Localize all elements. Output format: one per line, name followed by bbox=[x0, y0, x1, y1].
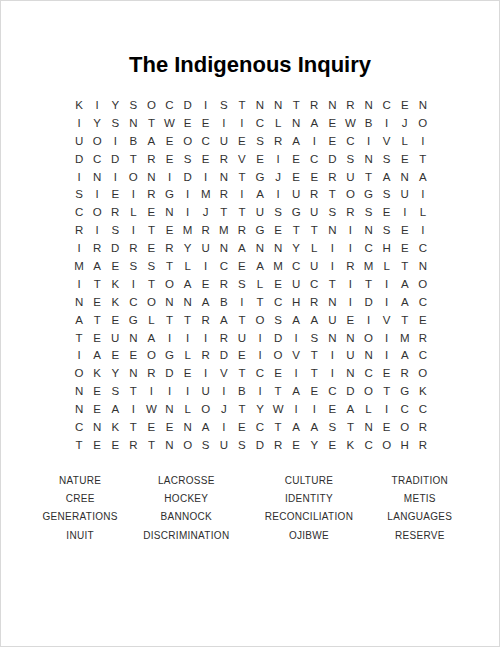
grid-cell[interactable]: G bbox=[160, 185, 178, 203]
grid-cell[interactable]: O bbox=[142, 346, 160, 364]
grid-cell[interactable]: C bbox=[124, 293, 142, 311]
grid-cell[interactable]: S bbox=[251, 132, 269, 150]
grid-cell[interactable]: N bbox=[323, 329, 341, 347]
grid-cell[interactable]: I bbox=[70, 239, 88, 257]
grid-cell[interactable]: C bbox=[323, 382, 341, 400]
grid-cell[interactable]: I bbox=[179, 382, 197, 400]
grid-cell[interactable]: T bbox=[233, 203, 251, 221]
grid-cell[interactable]: E bbox=[323, 114, 341, 132]
grid-cell[interactable]: I bbox=[251, 382, 269, 400]
grid-cell[interactable]: T bbox=[396, 257, 414, 275]
grid-cell[interactable]: E bbox=[251, 150, 269, 168]
grid-cell[interactable]: E bbox=[396, 239, 414, 257]
grid-cell[interactable]: C bbox=[414, 239, 432, 257]
grid-cell[interactable]: E bbox=[378, 418, 396, 436]
grid-cell[interactable]: I bbox=[197, 257, 215, 275]
grid-cell[interactable]: T bbox=[160, 257, 178, 275]
grid-cell[interactable]: W bbox=[142, 400, 160, 418]
grid-cell[interactable]: R bbox=[396, 364, 414, 382]
grid-cell[interactable]: E bbox=[305, 382, 323, 400]
grid-cell[interactable]: J bbox=[396, 114, 414, 132]
grid-cell[interactable]: K bbox=[341, 436, 359, 454]
grid-cell[interactable]: O bbox=[179, 132, 197, 150]
grid-cell[interactable]: T bbox=[142, 275, 160, 293]
grid-cell[interactable]: R bbox=[197, 221, 215, 239]
grid-cell[interactable]: O bbox=[197, 400, 215, 418]
grid-cell[interactable]: S bbox=[323, 418, 341, 436]
grid-cell[interactable]: M bbox=[269, 257, 287, 275]
grid-cell[interactable]: E bbox=[287, 150, 305, 168]
grid-cell[interactable]: T bbox=[124, 418, 142, 436]
grid-cell[interactable]: O bbox=[414, 114, 432, 132]
grid-cell[interactable]: A bbox=[378, 168, 396, 186]
grid-cell[interactable]: T bbox=[287, 221, 305, 239]
grid-cell[interactable]: I bbox=[287, 364, 305, 382]
grid-cell[interactable]: E bbox=[179, 364, 197, 382]
grid-cell[interactable]: I bbox=[341, 275, 359, 293]
grid-cell[interactable]: A bbox=[88, 257, 106, 275]
grid-cell[interactable]: N bbox=[124, 114, 142, 132]
grid-cell[interactable]: L bbox=[414, 203, 432, 221]
grid-cell[interactable]: R bbox=[142, 185, 160, 203]
grid-cell[interactable]: T bbox=[233, 364, 251, 382]
grid-cell[interactable]: D bbox=[70, 150, 88, 168]
grid-cell[interactable]: T bbox=[142, 436, 160, 454]
grid-cell[interactable]: R bbox=[305, 293, 323, 311]
grid-cell[interactable]: Y bbox=[305, 436, 323, 454]
grid-cell[interactable]: D bbox=[179, 168, 197, 186]
grid-cell[interactable]: N bbox=[251, 239, 269, 257]
grid-cell[interactable]: O bbox=[360, 329, 378, 347]
grid-cell[interactable]: D bbox=[106, 150, 124, 168]
grid-cell[interactable]: I bbox=[124, 185, 142, 203]
grid-cell[interactable]: L bbox=[269, 114, 287, 132]
grid-cell[interactable]: I bbox=[341, 221, 359, 239]
grid-cell[interactable]: E bbox=[287, 436, 305, 454]
grid-cell[interactable]: I bbox=[360, 132, 378, 150]
grid-cell[interactable]: A bbox=[88, 346, 106, 364]
grid-cell[interactable]: A bbox=[197, 418, 215, 436]
grid-cell[interactable]: T bbox=[251, 293, 269, 311]
grid-cell[interactable]: E bbox=[197, 114, 215, 132]
grid-cell[interactable]: E bbox=[414, 311, 432, 329]
grid-cell[interactable]: L bbox=[396, 132, 414, 150]
grid-cell[interactable]: S bbox=[215, 96, 233, 114]
grid-cell[interactable]: N bbox=[414, 96, 432, 114]
grid-cell[interactable]: V bbox=[215, 364, 233, 382]
grid-cell[interactable]: I bbox=[378, 293, 396, 311]
grid-cell[interactable]: T bbox=[360, 168, 378, 186]
grid-cell[interactable]: I bbox=[160, 168, 178, 186]
grid-cell[interactable]: I bbox=[70, 346, 88, 364]
grid-cell[interactable]: I bbox=[269, 185, 287, 203]
grid-cell[interactable]: L bbox=[124, 203, 142, 221]
grid-cell[interactable]: U bbox=[197, 382, 215, 400]
grid-cell[interactable]: O bbox=[88, 203, 106, 221]
grid-cell[interactable]: N bbox=[360, 346, 378, 364]
grid-cell[interactable]: Y bbox=[88, 114, 106, 132]
grid-cell[interactable]: H bbox=[378, 239, 396, 257]
grid-cell[interactable]: T bbox=[305, 221, 323, 239]
grid-cell[interactable]: C bbox=[396, 400, 414, 418]
grid-cell[interactable]: E bbox=[233, 418, 251, 436]
grid-cell[interactable]: I bbox=[70, 168, 88, 186]
grid-cell[interactable]: E bbox=[88, 436, 106, 454]
grid-cell[interactable]: B bbox=[233, 382, 251, 400]
grid-cell[interactable]: A bbox=[287, 382, 305, 400]
grid-cell[interactable]: A bbox=[396, 293, 414, 311]
grid-cell[interactable]: C bbox=[70, 203, 88, 221]
grid-cell[interactable]: E bbox=[396, 221, 414, 239]
grid-cell[interactable]: S bbox=[305, 329, 323, 347]
grid-cell[interactable]: M bbox=[197, 185, 215, 203]
grid-cell[interactable]: J bbox=[269, 168, 287, 186]
grid-cell[interactable]: D bbox=[341, 382, 359, 400]
grid-cell[interactable]: A bbox=[287, 311, 305, 329]
grid-cell[interactable]: U bbox=[106, 329, 124, 347]
grid-cell[interactable]: G bbox=[287, 203, 305, 221]
grid-cell[interactable]: U bbox=[341, 168, 359, 186]
grid-cell[interactable]: T bbox=[378, 382, 396, 400]
grid-cell[interactable]: B bbox=[124, 132, 142, 150]
grid-cell[interactable]: R bbox=[323, 168, 341, 186]
grid-cell[interactable]: T bbox=[341, 418, 359, 436]
grid-cell[interactable]: L bbox=[179, 257, 197, 275]
grid-cell[interactable]: C bbox=[414, 400, 432, 418]
grid-cell[interactable]: U bbox=[323, 311, 341, 329]
grid-cell[interactable]: I bbox=[88, 221, 106, 239]
grid-cell[interactable]: E bbox=[124, 346, 142, 364]
grid-cell[interactable]: R bbox=[215, 185, 233, 203]
grid-cell[interactable]: A bbox=[106, 400, 124, 418]
grid-cell[interactable]: M bbox=[396, 329, 414, 347]
grid-cell[interactable]: R bbox=[341, 203, 359, 221]
grid-cell[interactable]: I bbox=[197, 329, 215, 347]
grid-cell[interactable]: C bbox=[360, 436, 378, 454]
grid-cell[interactable]: R bbox=[215, 329, 233, 347]
grid-cell[interactable]: U bbox=[287, 185, 305, 203]
grid-cell[interactable]: I bbox=[323, 346, 341, 364]
grid-cell[interactable]: N bbox=[179, 293, 197, 311]
grid-cell[interactable]: C bbox=[251, 114, 269, 132]
grid-cell[interactable]: A bbox=[305, 114, 323, 132]
grid-cell[interactable]: N bbox=[414, 257, 432, 275]
grid-cell[interactable]: E bbox=[160, 418, 178, 436]
grid-cell[interactable]: C bbox=[360, 364, 378, 382]
grid-cell[interactable]: I bbox=[233, 185, 251, 203]
grid-cell[interactable]: E bbox=[269, 221, 287, 239]
grid-cell[interactable]: J bbox=[197, 203, 215, 221]
grid-cell[interactable]: S bbox=[323, 203, 341, 221]
grid-cell[interactable]: N bbox=[124, 329, 142, 347]
grid-cell[interactable]: T bbox=[215, 203, 233, 221]
grid-cell[interactable]: I bbox=[88, 96, 106, 114]
grid-cell[interactable]: R bbox=[269, 132, 287, 150]
grid-cell[interactable]: I bbox=[251, 346, 269, 364]
grid-cell[interactable]: T bbox=[414, 150, 432, 168]
grid-cell[interactable]: G bbox=[160, 346, 178, 364]
grid-cell[interactable]: I bbox=[323, 257, 341, 275]
grid-cell[interactable]: E bbox=[378, 203, 396, 221]
grid-cell[interactable]: O bbox=[179, 436, 197, 454]
grid-cell[interactable]: D bbox=[251, 436, 269, 454]
grid-cell[interactable]: N bbox=[88, 418, 106, 436]
grid-cell[interactable]: I bbox=[70, 114, 88, 132]
grid-cell[interactable]: I bbox=[251, 329, 269, 347]
grid-cell[interactable]: N bbox=[215, 168, 233, 186]
grid-cell[interactable]: U bbox=[305, 257, 323, 275]
grid-cell[interactable]: R bbox=[414, 329, 432, 347]
grid-cell[interactable]: I bbox=[378, 114, 396, 132]
grid-cell[interactable]: T bbox=[142, 114, 160, 132]
grid-cell[interactable]: A bbox=[233, 239, 251, 257]
grid-cell[interactable]: O bbox=[70, 364, 88, 382]
grid-cell[interactable]: N bbox=[269, 239, 287, 257]
grid-cell[interactable]: V bbox=[378, 311, 396, 329]
grid-cell[interactable]: I bbox=[124, 221, 142, 239]
grid-cell[interactable]: T bbox=[360, 275, 378, 293]
grid-cell[interactable]: O bbox=[269, 346, 287, 364]
grid-cell[interactable]: U bbox=[251, 203, 269, 221]
grid-cell[interactable]: C bbox=[269, 293, 287, 311]
grid-cell[interactable]: I bbox=[106, 132, 124, 150]
grid-cell[interactable]: R bbox=[341, 96, 359, 114]
grid-cell[interactable]: M bbox=[360, 257, 378, 275]
grid-cell[interactable]: N bbox=[251, 96, 269, 114]
grid-cell[interactable]: I bbox=[360, 311, 378, 329]
grid-cell[interactable]: D bbox=[179, 96, 197, 114]
grid-cell[interactable]: T bbox=[305, 346, 323, 364]
grid-cell[interactable]: I bbox=[88, 185, 106, 203]
grid-cell[interactable]: D bbox=[106, 239, 124, 257]
grid-cell[interactable]: N bbox=[160, 293, 178, 311]
grid-cell[interactable]: U bbox=[215, 436, 233, 454]
grid-cell[interactable]: E bbox=[323, 436, 341, 454]
grid-cell[interactable]: S bbox=[70, 185, 88, 203]
grid-cell[interactable]: S bbox=[378, 221, 396, 239]
grid-cell[interactable]: R bbox=[215, 275, 233, 293]
grid-cell[interactable]: N bbox=[360, 150, 378, 168]
grid-cell[interactable]: E bbox=[233, 346, 251, 364]
grid-cell[interactable]: R bbox=[124, 239, 142, 257]
grid-cell[interactable]: O bbox=[414, 275, 432, 293]
grid-cell[interactable]: E bbox=[142, 418, 160, 436]
grid-cell[interactable]: R bbox=[142, 150, 160, 168]
grid-cell[interactable]: I bbox=[70, 275, 88, 293]
grid-cell[interactable]: A bbox=[251, 185, 269, 203]
grid-cell[interactable]: R bbox=[233, 221, 251, 239]
grid-cell[interactable]: E bbox=[269, 275, 287, 293]
grid-cell[interactable]: G bbox=[251, 221, 269, 239]
grid-cell[interactable]: I bbox=[414, 132, 432, 150]
grid-cell[interactable]: A bbox=[179, 275, 197, 293]
grid-cell[interactable]: B bbox=[215, 293, 233, 311]
grid-cell[interactable]: O bbox=[360, 382, 378, 400]
grid-cell[interactable]: I bbox=[287, 400, 305, 418]
grid-cell[interactable]: S bbox=[378, 150, 396, 168]
grid-cell[interactable]: L bbox=[179, 400, 197, 418]
grid-cell[interactable]: J bbox=[215, 400, 233, 418]
grid-cell[interactable]: K bbox=[106, 293, 124, 311]
grid-cell[interactable]: T bbox=[88, 311, 106, 329]
grid-cell[interactable]: E bbox=[160, 221, 178, 239]
grid-cell[interactable]: A bbox=[305, 418, 323, 436]
grid-cell[interactable]: A bbox=[287, 132, 305, 150]
grid-cell[interactable]: E bbox=[160, 150, 178, 168]
grid-cell[interactable]: Y bbox=[287, 239, 305, 257]
grid-cell[interactable]: A bbox=[414, 168, 432, 186]
grid-cell[interactable]: E bbox=[396, 96, 414, 114]
grid-cell[interactable]: I bbox=[378, 346, 396, 364]
grid-cell[interactable]: R bbox=[160, 239, 178, 257]
grid-cell[interactable]: I bbox=[323, 364, 341, 382]
grid-cell[interactable]: I bbox=[215, 114, 233, 132]
grid-cell[interactable]: S bbox=[179, 150, 197, 168]
grid-cell[interactable]: N bbox=[360, 96, 378, 114]
grid-cell[interactable]: I bbox=[396, 203, 414, 221]
grid-cell[interactable]: R bbox=[341, 257, 359, 275]
grid-cell[interactable]: N bbox=[323, 96, 341, 114]
grid-cell[interactable]: E bbox=[88, 329, 106, 347]
grid-cell[interactable]: E bbox=[233, 132, 251, 150]
grid-cell[interactable]: U bbox=[341, 346, 359, 364]
grid-cell[interactable]: S bbox=[233, 275, 251, 293]
grid-cell[interactable]: D bbox=[360, 293, 378, 311]
grid-cell[interactable]: E bbox=[106, 257, 124, 275]
grid-cell[interactable]: D bbox=[323, 150, 341, 168]
grid-cell[interactable]: O bbox=[142, 96, 160, 114]
grid-cell[interactable]: U bbox=[233, 329, 251, 347]
grid-cell[interactable]: R bbox=[88, 239, 106, 257]
grid-cell[interactable]: A bbox=[142, 329, 160, 347]
grid-cell[interactable]: A bbox=[215, 311, 233, 329]
grid-cell[interactable]: T bbox=[305, 364, 323, 382]
grid-cell[interactable]: M bbox=[70, 257, 88, 275]
grid-cell[interactable]: T bbox=[233, 96, 251, 114]
grid-cell[interactable]: N bbox=[360, 221, 378, 239]
grid-cell[interactable]: T bbox=[142, 221, 160, 239]
grid-cell[interactable]: I bbox=[197, 364, 215, 382]
grid-cell[interactable]: E bbox=[142, 239, 160, 257]
grid-cell[interactable]: H bbox=[396, 436, 414, 454]
grid-cell[interactable]: S bbox=[106, 114, 124, 132]
grid-cell[interactable]: S bbox=[197, 436, 215, 454]
grid-cell[interactable]: K bbox=[106, 418, 124, 436]
grid-cell[interactable]: T bbox=[323, 275, 341, 293]
grid-cell[interactable]: R bbox=[70, 221, 88, 239]
grid-cell[interactable]: S bbox=[269, 311, 287, 329]
grid-cell[interactable]: T bbox=[70, 329, 88, 347]
grid-cell[interactable]: T bbox=[70, 436, 88, 454]
grid-cell[interactable]: I bbox=[142, 382, 160, 400]
grid-cell[interactable]: E bbox=[160, 132, 178, 150]
grid-cell[interactable]: I bbox=[341, 293, 359, 311]
grid-cell[interactable]: I bbox=[414, 185, 432, 203]
grid-cell[interactable]: O bbox=[88, 132, 106, 150]
grid-cell[interactable]: T bbox=[269, 418, 287, 436]
grid-cell[interactable]: R bbox=[106, 203, 124, 221]
grid-cell[interactable]: U bbox=[197, 239, 215, 257]
grid-cell[interactable]: I bbox=[378, 275, 396, 293]
grid-cell[interactable]: A bbox=[197, 293, 215, 311]
grid-cell[interactable]: L bbox=[251, 275, 269, 293]
grid-cell[interactable]: H bbox=[287, 293, 305, 311]
grid-cell[interactable]: N bbox=[88, 168, 106, 186]
grid-cell[interactable]: U bbox=[70, 132, 88, 150]
grid-cell[interactable]: R bbox=[124, 436, 142, 454]
grid-cell[interactable]: L bbox=[305, 239, 323, 257]
grid-cell[interactable]: S bbox=[124, 96, 142, 114]
grid-cell[interactable]: G bbox=[360, 185, 378, 203]
grid-cell[interactable]: C bbox=[305, 275, 323, 293]
grid-cell[interactable]: W bbox=[160, 114, 178, 132]
grid-cell[interactable]: N bbox=[160, 436, 178, 454]
grid-cell[interactable]: N bbox=[160, 203, 178, 221]
grid-cell[interactable]: S bbox=[106, 382, 124, 400]
grid-cell[interactable]: E bbox=[287, 168, 305, 186]
grid-cell[interactable]: R bbox=[215, 150, 233, 168]
grid-cell[interactable]: N bbox=[124, 364, 142, 382]
grid-cell[interactable]: U bbox=[215, 132, 233, 150]
grid-cell[interactable]: A bbox=[305, 311, 323, 329]
grid-cell[interactable]: D bbox=[269, 329, 287, 347]
grid-cell[interactable]: A bbox=[287, 418, 305, 436]
grid-cell[interactable]: R bbox=[414, 436, 432, 454]
grid-cell[interactable]: A bbox=[396, 275, 414, 293]
grid-cell[interactable]: U bbox=[287, 275, 305, 293]
grid-cell[interactable]: R bbox=[197, 311, 215, 329]
grid-cell[interactable]: E bbox=[88, 400, 106, 418]
grid-cell[interactable]: B bbox=[360, 114, 378, 132]
grid-cell[interactable]: M bbox=[215, 221, 233, 239]
grid-cell[interactable]: N bbox=[323, 221, 341, 239]
grid-cell[interactable]: O bbox=[160, 275, 178, 293]
grid-cell[interactable]: I bbox=[305, 400, 323, 418]
grid-cell[interactable]: E bbox=[323, 400, 341, 418]
grid-cell[interactable]: K bbox=[414, 382, 432, 400]
grid-cell[interactable]: C bbox=[215, 257, 233, 275]
grid-cell[interactable]: T bbox=[179, 311, 197, 329]
grid-cell[interactable]: I bbox=[124, 400, 142, 418]
grid-cell[interactable]: C bbox=[378, 96, 396, 114]
grid-cell[interactable]: L bbox=[378, 257, 396, 275]
grid-cell[interactable]: K bbox=[88, 364, 106, 382]
grid-cell[interactable]: R bbox=[197, 346, 215, 364]
grid-cell[interactable]: T bbox=[233, 311, 251, 329]
grid-cell[interactable]: K bbox=[106, 275, 124, 293]
grid-cell[interactable]: I bbox=[378, 329, 396, 347]
grid-cell[interactable]: T bbox=[233, 400, 251, 418]
grid-cell[interactable]: O bbox=[251, 311, 269, 329]
grid-cell[interactable]: D bbox=[160, 364, 178, 382]
grid-cell[interactable]: I bbox=[160, 382, 178, 400]
grid-cell[interactable]: N bbox=[341, 329, 359, 347]
grid-cell[interactable]: E bbox=[269, 364, 287, 382]
grid-cell[interactable]: I bbox=[341, 239, 359, 257]
grid-cell[interactable]: V bbox=[378, 132, 396, 150]
grid-cell[interactable]: E bbox=[88, 382, 106, 400]
grid-cell[interactable]: V bbox=[287, 346, 305, 364]
grid-cell[interactable]: O bbox=[341, 185, 359, 203]
grid-cell[interactable]: N bbox=[396, 168, 414, 186]
grid-cell[interactable]: E bbox=[106, 346, 124, 364]
grid-cell[interactable]: C bbox=[341, 132, 359, 150]
grid-cell[interactable]: K bbox=[70, 96, 88, 114]
grid-cell[interactable]: N bbox=[323, 293, 341, 311]
grid-cell[interactable]: O bbox=[124, 168, 142, 186]
grid-cell[interactable]: S bbox=[341, 150, 359, 168]
grid-cell[interactable]: I bbox=[124, 275, 142, 293]
